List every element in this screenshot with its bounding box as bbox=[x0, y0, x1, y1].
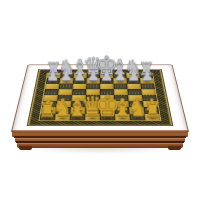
black-pawn-icon: ♟ bbox=[87, 69, 100, 83]
black-pawn-icon: ♟ bbox=[127, 69, 140, 83]
pieces-layer: ♜♞♝♛♚♝♞♜♟♟♟♟♟♟♟♟♟♟♟♟♟♟♟♟♜♞♝♛♚♝♞♜ bbox=[40, 73, 161, 120]
piece-d7-black-pawn[interactable]: ♟ bbox=[86, 78, 100, 83]
piece-a7-black-pawn[interactable]: ♟ bbox=[46, 78, 60, 83]
board-3d: ♜♞♝♛♚♝♞♜♟♟♟♟♟♟♟♟♟♟♟♟♟♟♟♟♜♞♝♛♚♝♞♜ bbox=[11, 64, 189, 132]
piece-g7-black-pawn[interactable]: ♟ bbox=[127, 78, 141, 83]
piece-h7-black-pawn[interactable]: ♟ bbox=[140, 78, 154, 83]
black-pawn-icon: ♟ bbox=[46, 69, 59, 83]
piece-e7-black-pawn[interactable]: ♟ bbox=[100, 78, 114, 83]
wood-frame-top: ♜♞♝♛♚♝♞♜♟♟♟♟♟♟♟♟♟♟♟♟♟♟♟♟♜♞♝♛♚♝♞♜ bbox=[11, 64, 189, 132]
black-pawn-icon: ♟ bbox=[141, 69, 154, 83]
black-pawn-icon: ♟ bbox=[100, 69, 113, 83]
black-pawn-icon: ♟ bbox=[114, 69, 127, 83]
brass-plate: ♜♞♝♛♚♝♞♜♟♟♟♟♟♟♟♟♟♟♟♟♟♟♟♟♜♞♝♛♚♝♞♜ bbox=[28, 69, 172, 125]
board-shadow bbox=[18, 140, 182, 154]
chess-set-scene: ♜♞♝♛♚♝♞♜♟♟♟♟♟♟♟♟♟♟♟♟♟♟♟♟♜♞♝♛♚♝♞♜ bbox=[0, 0, 200, 200]
piece-h1-white-rook[interactable]: ♜ bbox=[144, 114, 160, 121]
piece-f7-black-pawn[interactable]: ♟ bbox=[113, 78, 127, 83]
white-rook-icon: ♜ bbox=[144, 100, 162, 120]
piece-b7-black-pawn[interactable]: ♟ bbox=[59, 78, 73, 83]
black-pawn-icon: ♟ bbox=[73, 69, 86, 83]
piece-c7-black-pawn[interactable]: ♟ bbox=[73, 78, 87, 83]
molding-groove-upper bbox=[14, 136, 186, 138]
black-pawn-icon: ♟ bbox=[60, 69, 73, 83]
